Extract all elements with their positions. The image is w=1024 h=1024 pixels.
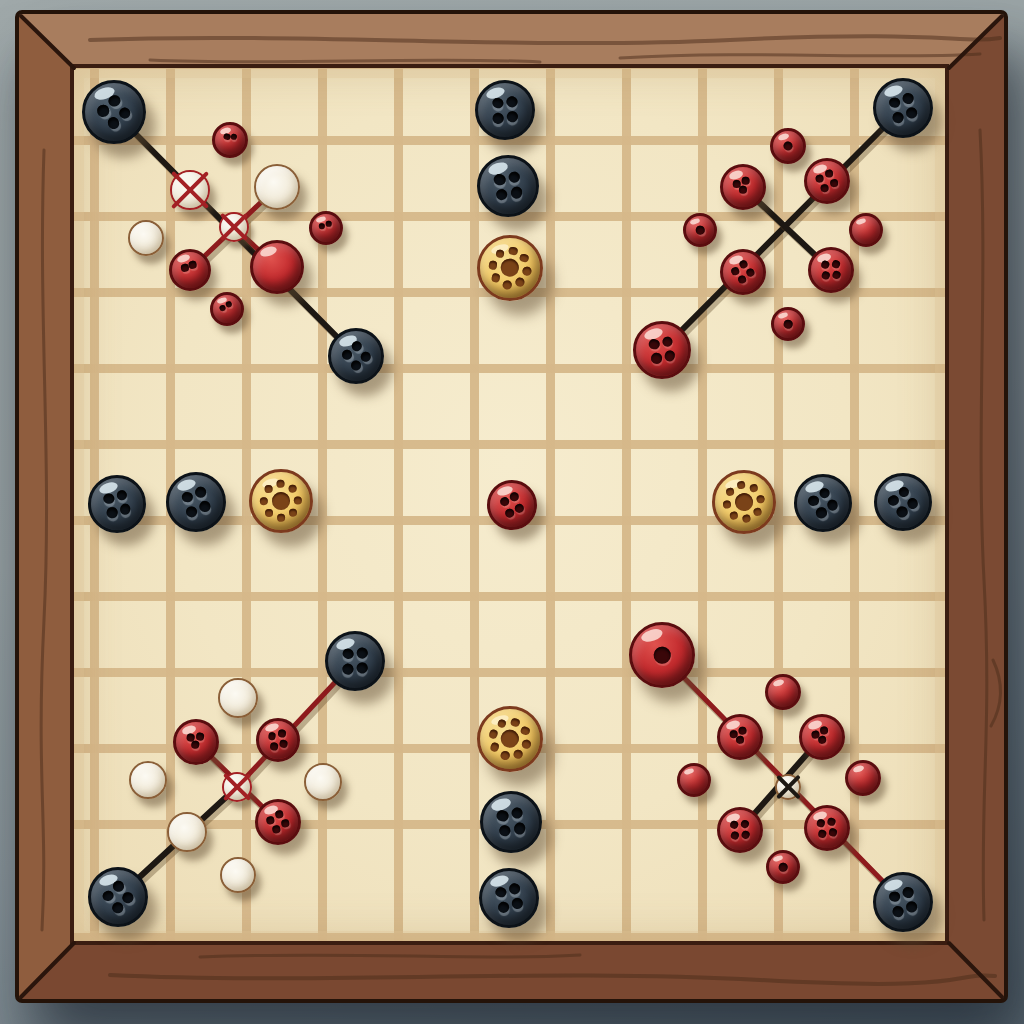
button-holes (803, 804, 851, 852)
button-br-red-3[interactable] (717, 807, 763, 853)
button-bc-navy-2[interactable] (479, 868, 539, 928)
button-holes (88, 475, 146, 533)
button-tl-red-small-1[interactable] (212, 122, 248, 158)
button-holes (254, 798, 301, 845)
button-hole (276, 480, 284, 488)
button-holes (216, 676, 261, 721)
button-holes (211, 121, 248, 158)
button-hole (742, 177, 751, 186)
button-hole (488, 729, 499, 740)
button-bc-navy-1[interactable] (480, 791, 542, 853)
button-holes (767, 851, 799, 883)
button-hole (111, 901, 125, 915)
button-tr-red-small-3[interactable] (849, 213, 883, 247)
button-hole (897, 485, 910, 498)
button-hole (496, 718, 507, 729)
button-br-red-small-4[interactable] (766, 850, 800, 884)
button-holes (83, 862, 152, 931)
button-hole (737, 481, 747, 491)
button-hole (820, 260, 831, 271)
button-hole (325, 221, 331, 227)
button-tl-white-2[interactable] (128, 220, 164, 256)
button-holes (800, 715, 845, 760)
button-hole (186, 506, 197, 517)
button-holes (488, 481, 536, 529)
button-hole (260, 497, 268, 505)
button-ml-navy-1[interactable] (88, 475, 146, 533)
button-hole (500, 750, 511, 761)
button-hole (815, 507, 828, 520)
button-hole (892, 905, 904, 917)
button-bl-navy-1[interactable] (325, 631, 385, 691)
button-holes (475, 233, 545, 303)
button-mc-red[interactable] (487, 480, 537, 530)
button-holes (678, 764, 711, 797)
button-holes (805, 159, 849, 203)
button-mr-navy-1[interactable] (794, 474, 852, 532)
button-hole (492, 111, 506, 125)
button-holes (772, 130, 803, 161)
button-hole (906, 497, 919, 510)
button-hole (265, 509, 273, 517)
button-tr-red-small-2[interactable] (683, 213, 717, 247)
button-hole (106, 507, 118, 519)
button-hole (510, 492, 520, 502)
button-holes (871, 470, 936, 535)
button-holes (305, 764, 341, 800)
button-tl-white-ring[interactable] (170, 170, 210, 210)
button-hole (491, 273, 501, 283)
button-hole (498, 901, 510, 913)
button-hole (116, 489, 128, 501)
button-hole (498, 727, 521, 750)
button-hole (515, 277, 525, 287)
button-hole (513, 822, 526, 835)
button-holes (849, 213, 883, 247)
button-bl-center[interactable] (222, 772, 252, 802)
button-hole (340, 349, 353, 362)
button-hole (496, 809, 509, 822)
button-holes (474, 152, 542, 220)
button-hole (277, 729, 286, 738)
button-holes (806, 245, 857, 296)
button-tl-navy-1[interactable] (82, 80, 146, 144)
button-hole (828, 828, 838, 838)
button-hole (821, 271, 832, 282)
button-hole (274, 809, 284, 819)
button-hole (359, 351, 372, 364)
button-hole (288, 485, 296, 493)
button-hole (181, 492, 192, 503)
button-br-navy[interactable] (873, 872, 933, 932)
button-hole (753, 507, 763, 517)
button-tl-navy-2[interactable] (328, 328, 384, 384)
button-hole (831, 259, 842, 270)
button-bl-red-1[interactable] (173, 719, 219, 765)
button-holes (719, 716, 761, 758)
button-holes (324, 324, 388, 388)
button-mr-yellow[interactable] (712, 470, 776, 534)
button-hole (902, 887, 914, 899)
button-tc-navy-2[interactable] (477, 155, 539, 217)
button-holes (684, 214, 716, 246)
button-hole (350, 340, 363, 353)
button-hole (106, 116, 121, 131)
button-hole (521, 739, 532, 750)
button-hole (729, 511, 739, 521)
button-hole (824, 169, 833, 178)
button-hole (195, 487, 206, 498)
button-holes (320, 626, 389, 695)
button-hole (783, 141, 792, 150)
button-hole (341, 647, 355, 661)
button-br-red-1[interactable] (717, 714, 763, 760)
button-hole (268, 732, 277, 741)
button-hole (117, 106, 132, 121)
button-holes (172, 718, 219, 765)
button-br-red-small-2[interactable] (677, 763, 711, 797)
button-hole (807, 495, 820, 508)
button-br-red-4[interactable] (804, 805, 850, 851)
button-hole (266, 815, 276, 825)
button-hole (651, 352, 663, 364)
button-hole (107, 93, 122, 108)
button-hole (491, 96, 505, 110)
button-hole (820, 184, 829, 193)
button-hole (729, 820, 739, 830)
button-hole (888, 891, 900, 903)
button-hole (816, 818, 826, 828)
button-tr-navy[interactable] (873, 78, 933, 138)
button-hole (508, 883, 520, 895)
button-hole (505, 508, 515, 518)
button-holes (471, 76, 539, 144)
button-mr-navy-2[interactable] (874, 473, 932, 531)
button-hole (199, 501, 210, 512)
button-holes (629, 622, 694, 687)
button-hole (355, 661, 369, 675)
button-hole (272, 492, 290, 510)
button-hole (896, 505, 909, 518)
button-hole (745, 268, 755, 278)
button-holes (711, 469, 777, 535)
button-ml-yellow[interactable] (249, 469, 313, 533)
button-holes (130, 762, 166, 798)
button-hole (103, 493, 115, 505)
button-hole (121, 891, 135, 905)
button-holes (722, 166, 763, 207)
button-hole (111, 880, 125, 894)
button-hole (778, 862, 788, 872)
button-tr-red-4[interactable] (808, 247, 854, 293)
button-hole (505, 95, 519, 109)
button-holes (873, 78, 932, 137)
button-br-red-small-1[interactable] (765, 674, 801, 710)
button-hole (661, 335, 673, 347)
button-tr-red-small-4[interactable] (771, 307, 805, 341)
button-hole (280, 739, 289, 748)
button-bl-navy-2[interactable] (88, 867, 148, 927)
button-holes (768, 677, 799, 708)
button-hole (906, 901, 918, 913)
button-bl-white-4[interactable] (167, 812, 207, 852)
button-hole (888, 97, 900, 109)
button-holes (257, 719, 300, 762)
button-tl-red-small-2[interactable] (309, 211, 343, 245)
button-holes (775, 774, 802, 801)
button-holes (873, 872, 932, 931)
button-hole (818, 829, 828, 839)
button-hole (270, 742, 279, 751)
button-hole (489, 742, 500, 753)
button-holes (218, 855, 258, 895)
button-tc-yellow[interactable] (477, 235, 543, 301)
button-holes (632, 320, 693, 381)
button-tr-red-2[interactable] (804, 158, 850, 204)
button-bl-white-1[interactable] (218, 678, 258, 718)
board-scene (0, 0, 1024, 1024)
button-hole (730, 266, 740, 276)
button-hole (520, 725, 531, 736)
button-holes (210, 292, 244, 326)
button-hole (188, 260, 196, 268)
button-hole (815, 174, 824, 183)
button-hole (783, 319, 793, 329)
button-holes (311, 213, 340, 242)
button-holes (170, 250, 210, 290)
button-hole (493, 173, 507, 187)
button-hole (522, 266, 532, 276)
button-hole (499, 497, 509, 507)
button-hole (513, 749, 524, 760)
button-hole (515, 503, 525, 513)
button-hole (738, 186, 747, 195)
button-br-red-small-3[interactable] (845, 760, 881, 796)
button-tr-red-big[interactable] (633, 321, 691, 379)
button-hole (272, 825, 282, 835)
button-hole (730, 831, 740, 841)
button-hole (230, 133, 238, 141)
button-holes (715, 805, 765, 855)
button-tl-red-2[interactable] (250, 240, 304, 294)
button-hole (739, 726, 748, 735)
button-holes (249, 239, 305, 295)
button-holes (167, 812, 208, 853)
button-holes (168, 474, 225, 531)
button-hole (502, 280, 512, 290)
button-br-red-big[interactable] (629, 622, 695, 688)
button-hole (742, 514, 752, 524)
button-hole (723, 500, 733, 510)
button-hole (289, 508, 297, 516)
button-hole (664, 350, 676, 362)
button-br-center[interactable] (775, 774, 801, 800)
button-hole (341, 662, 355, 676)
button-tl-red-1[interactable] (169, 249, 211, 291)
button-hole (101, 889, 115, 903)
button-hole (818, 487, 831, 500)
button-ml-navy-2[interactable] (166, 472, 226, 532)
button-hole (892, 111, 904, 123)
button-hole (494, 886, 506, 898)
button-hole (735, 735, 744, 744)
button-hole (820, 726, 829, 735)
button-holes (844, 759, 882, 797)
button-hole (738, 259, 748, 269)
button-hole (119, 503, 131, 515)
button-tl-red-small-3[interactable] (210, 292, 244, 326)
button-hole (506, 110, 520, 124)
button-holes (129, 221, 164, 256)
button-tl-center[interactable] (219, 212, 249, 242)
button-holes (221, 214, 247, 240)
button-bl-white-5[interactable] (220, 857, 256, 893)
button-hole (190, 740, 200, 750)
button-holes (77, 75, 151, 149)
button-hole (756, 495, 766, 505)
button-hole (737, 274, 747, 284)
button-hole (510, 806, 523, 819)
button-holes (473, 702, 548, 777)
button-hole (519, 253, 529, 263)
button-hole (509, 186, 523, 200)
button-holes (251, 471, 310, 530)
button-br-red-2[interactable] (799, 714, 845, 760)
button-hole (831, 270, 842, 281)
button-hole (507, 170, 521, 184)
button-holes (478, 867, 540, 929)
button-hole (488, 260, 498, 270)
button-hole (349, 359, 362, 372)
button-hole (280, 819, 290, 829)
button-hole (740, 830, 750, 840)
button-hole (826, 499, 839, 512)
button-hole (653, 646, 671, 664)
pieces-layer (0, 0, 1024, 1024)
button-hole (498, 824, 511, 837)
button-holes (253, 163, 301, 211)
button-tc-navy-1[interactable] (475, 80, 535, 140)
button-hole (749, 484, 759, 494)
button-hole (225, 301, 232, 308)
button-hole (902, 93, 914, 105)
button-bl-red-3[interactable] (255, 799, 301, 845)
button-hole (830, 179, 839, 188)
button-tr-red-small-1[interactable] (770, 128, 806, 164)
button-hole (511, 898, 523, 910)
button-holes (477, 788, 544, 855)
button-hole (826, 817, 836, 827)
button-bc-yellow[interactable] (477, 706, 543, 772)
button-bl-red-2[interactable] (256, 718, 300, 762)
button-hole (96, 104, 111, 119)
button-hole (499, 257, 520, 278)
button-hole (495, 188, 509, 202)
button-tl-white-1[interactable] (254, 164, 300, 210)
button-hole (740, 819, 750, 829)
button-hole (887, 494, 900, 507)
button-hole (265, 485, 273, 493)
button-hole (648, 338, 660, 350)
button-hole (508, 246, 518, 256)
button-tr-red-3[interactable] (720, 249, 766, 295)
button-bl-white-3[interactable] (304, 763, 342, 801)
button-holes (168, 168, 211, 211)
button-holes (792, 472, 854, 534)
button-hole (695, 225, 705, 235)
button-holes (771, 307, 805, 341)
button-hole (817, 735, 826, 744)
button-hole (277, 514, 285, 522)
button-bl-white-2[interactable] (129, 761, 167, 799)
button-hole (495, 249, 505, 259)
button-hole (734, 492, 754, 512)
button-hole (355, 646, 369, 660)
button-hole (510, 717, 521, 728)
button-tr-red-1[interactable] (720, 164, 766, 210)
button-holes (224, 774, 250, 800)
button-hole (294, 496, 302, 504)
button-holes (718, 247, 768, 297)
button-hole (906, 107, 918, 119)
button-hole (726, 487, 736, 497)
